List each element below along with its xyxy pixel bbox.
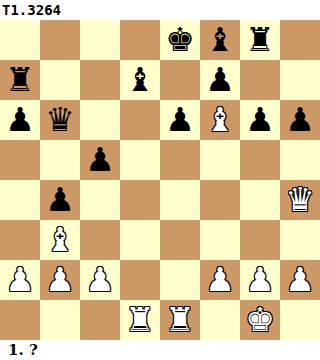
white-pawn: ♟ (205, 263, 235, 296)
square-c5[interactable]: ♟ (80, 140, 120, 180)
square-g8[interactable]: ♜ (240, 20, 280, 60)
move-prompt: 1. ? (0, 341, 38, 359)
square-e2[interactable] (160, 260, 200, 300)
square-a7[interactable]: ♜ (0, 60, 40, 100)
square-h6[interactable]: ♟ (280, 100, 320, 140)
square-e8[interactable]: ♚ (160, 20, 200, 60)
square-e7[interactable] (160, 60, 200, 100)
square-a6[interactable]: ♟ (0, 100, 40, 140)
square-b8[interactable] (40, 20, 80, 60)
square-e6[interactable]: ♟ (160, 100, 200, 140)
square-c2[interactable]: ♟ (80, 260, 120, 300)
square-f6[interactable]: ♝ (200, 100, 240, 140)
white-pawn: ♟ (5, 263, 35, 296)
white-king: ♚ (245, 303, 275, 336)
square-d2[interactable] (120, 260, 160, 300)
black-bishop: ♝ (125, 63, 155, 96)
square-b7[interactable] (40, 60, 80, 100)
black-rook: ♜ (245, 23, 275, 56)
square-a2[interactable]: ♟ (0, 260, 40, 300)
square-d5[interactable] (120, 140, 160, 180)
square-b1[interactable] (40, 300, 80, 340)
square-h1[interactable] (280, 300, 320, 340)
black-pawn: ♟ (285, 103, 315, 136)
square-f7[interactable]: ♟ (200, 60, 240, 100)
puzzle-id: T1.3264 (0, 2, 61, 18)
square-b4[interactable]: ♟ (40, 180, 80, 220)
square-g2[interactable]: ♟ (240, 260, 280, 300)
square-e1[interactable]: ♜ (160, 300, 200, 340)
square-g1[interactable]: ♚ (240, 300, 280, 340)
footer: 1. ? (0, 340, 320, 360)
square-f3[interactable] (200, 220, 240, 260)
chess-puzzle-app: T1.3264 ♚♝♜♜♝♟♟♛♟♝♟♟♟♟♛♝♟♟♟♟♟♟♜♜♚ 1. ? (0, 0, 320, 360)
black-rook: ♜ (5, 63, 35, 96)
square-c7[interactable] (80, 60, 120, 100)
square-e3[interactable] (160, 220, 200, 260)
square-b2[interactable]: ♟ (40, 260, 80, 300)
square-h8[interactable] (280, 20, 320, 60)
black-pawn: ♟ (85, 143, 115, 176)
white-rook: ♜ (125, 303, 155, 336)
black-pawn: ♟ (245, 103, 275, 136)
square-d6[interactable] (120, 100, 160, 140)
black-pawn: ♟ (205, 63, 235, 96)
square-a3[interactable] (0, 220, 40, 260)
chess-board: ♚♝♜♜♝♟♟♛♟♝♟♟♟♟♛♝♟♟♟♟♟♟♜♜♚ (0, 20, 320, 340)
square-d7[interactable]: ♝ (120, 60, 160, 100)
square-a4[interactable] (0, 180, 40, 220)
white-bishop: ♝ (205, 103, 235, 136)
square-a1[interactable] (0, 300, 40, 340)
black-queen: ♛ (45, 103, 75, 136)
square-a5[interactable] (0, 140, 40, 180)
square-b6[interactable]: ♛ (40, 100, 80, 140)
square-f1[interactable] (200, 300, 240, 340)
square-c3[interactable] (80, 220, 120, 260)
square-h7[interactable] (280, 60, 320, 100)
square-h3[interactable] (280, 220, 320, 260)
black-bishop: ♝ (205, 23, 235, 56)
square-g6[interactable]: ♟ (240, 100, 280, 140)
black-pawn: ♟ (5, 103, 35, 136)
square-c6[interactable] (80, 100, 120, 140)
square-f5[interactable] (200, 140, 240, 180)
square-g3[interactable] (240, 220, 280, 260)
square-d8[interactable] (120, 20, 160, 60)
square-a8[interactable] (0, 20, 40, 60)
square-e4[interactable] (160, 180, 200, 220)
black-pawn: ♟ (45, 183, 75, 216)
white-pawn: ♟ (285, 263, 315, 296)
square-g4[interactable] (240, 180, 280, 220)
square-h2[interactable]: ♟ (280, 260, 320, 300)
white-bishop: ♝ (45, 223, 75, 256)
square-b5[interactable] (40, 140, 80, 180)
black-king: ♚ (165, 23, 195, 56)
black-pawn: ♟ (165, 103, 195, 136)
square-h5[interactable] (280, 140, 320, 180)
square-d3[interactable] (120, 220, 160, 260)
white-pawn: ♟ (45, 263, 75, 296)
square-f4[interactable] (200, 180, 240, 220)
white-rook: ♜ (165, 303, 195, 336)
square-c4[interactable] (80, 180, 120, 220)
square-g7[interactable] (240, 60, 280, 100)
square-f8[interactable]: ♝ (200, 20, 240, 60)
square-b3[interactable]: ♝ (40, 220, 80, 260)
square-f2[interactable]: ♟ (200, 260, 240, 300)
white-pawn: ♟ (245, 263, 275, 296)
square-g5[interactable] (240, 140, 280, 180)
white-pawn: ♟ (85, 263, 115, 296)
square-h4[interactable]: ♛ (280, 180, 320, 220)
square-c1[interactable] (80, 300, 120, 340)
square-d1[interactable]: ♜ (120, 300, 160, 340)
header: T1.3264 (0, 0, 320, 20)
square-c8[interactable] (80, 20, 120, 60)
square-e5[interactable] (160, 140, 200, 180)
white-queen: ♛ (285, 183, 315, 216)
square-d4[interactable] (120, 180, 160, 220)
